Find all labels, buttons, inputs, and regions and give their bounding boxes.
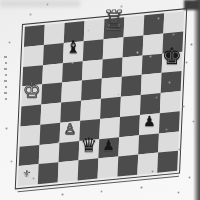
square-b1[interactable] <box>38 162 59 184</box>
chess-board: ♖♝♚♔♙♟♛♟ ⚜ <box>15 8 187 189</box>
square-d6[interactable] <box>82 59 103 81</box>
square-c3[interactable]: ♙ <box>59 121 80 143</box>
square-f7[interactable] <box>123 35 144 57</box>
photo-frame: ♖♝♚♔♙♟♛♟ ⚜ <box>0 0 200 200</box>
square-g2[interactable] <box>138 133 159 155</box>
chess-board-grid: ♖♝♚♔♙♟♛♟ <box>18 11 184 186</box>
square-h8[interactable] <box>163 11 184 33</box>
square-d1[interactable] <box>78 159 99 181</box>
square-h1[interactable] <box>157 151 178 173</box>
square-e6[interactable] <box>102 57 123 79</box>
square-f4[interactable] <box>120 95 141 117</box>
square-b8[interactable] <box>44 23 65 45</box>
square-b2[interactable] <box>39 142 60 164</box>
square-c2[interactable] <box>59 141 80 163</box>
black-pawn[interactable]: ♟ <box>99 134 119 154</box>
black-king[interactable]: ♚ <box>162 46 182 66</box>
square-h4[interactable] <box>160 91 181 113</box>
square-b3[interactable] <box>40 123 61 145</box>
square-g5[interactable] <box>141 73 162 95</box>
square-h6[interactable]: ♚ <box>162 51 183 73</box>
square-f8[interactable] <box>124 15 145 37</box>
square-a4[interactable] <box>21 105 42 127</box>
square-d4[interactable] <box>80 99 101 121</box>
white-rook[interactable]: ♖ <box>104 10 124 30</box>
square-e5[interactable] <box>101 77 122 99</box>
square-c5[interactable] <box>61 81 82 103</box>
square-b4[interactable] <box>40 103 61 125</box>
square-d7[interactable] <box>83 39 104 61</box>
square-c7[interactable]: ♝ <box>63 41 84 63</box>
margin-annotation <box>4 56 8 104</box>
square-a3[interactable] <box>20 124 41 146</box>
square-c6[interactable] <box>62 61 83 83</box>
square-d5[interactable] <box>81 79 102 101</box>
square-g6[interactable] <box>142 53 163 75</box>
square-h2[interactable] <box>158 131 179 153</box>
square-b6[interactable] <box>42 63 63 85</box>
square-a2[interactable] <box>19 144 40 166</box>
square-a8[interactable] <box>24 25 45 47</box>
corner-emblem: ⚜ <box>22 168 32 180</box>
square-g1[interactable] <box>137 153 158 175</box>
photo-smudge <box>0 0 80 7</box>
square-e8[interactable]: ♖ <box>104 17 125 39</box>
page-corner-shadow <box>184 0 200 10</box>
square-d8[interactable] <box>84 19 105 41</box>
black-queen[interactable]: ♛ <box>79 135 99 155</box>
square-c1[interactable] <box>58 160 79 182</box>
square-g8[interactable] <box>143 13 164 35</box>
square-e4[interactable] <box>100 97 121 119</box>
square-f2[interactable] <box>118 135 139 157</box>
page-edge <box>193 0 200 200</box>
white-pawn[interactable]: ♙ <box>60 118 80 138</box>
square-g7[interactable] <box>143 33 164 55</box>
square-g3[interactable]: ♟ <box>139 113 160 135</box>
square-a7[interactable] <box>23 45 44 67</box>
square-f3[interactable] <box>119 115 140 137</box>
square-f6[interactable] <box>122 55 143 77</box>
square-f5[interactable] <box>121 75 142 97</box>
square-e1[interactable] <box>98 157 119 179</box>
square-h5[interactable] <box>161 71 182 93</box>
square-e7[interactable] <box>103 37 124 59</box>
square-h3[interactable] <box>159 111 180 133</box>
square-e2[interactable]: ♟ <box>98 137 119 159</box>
black-bishop[interactable]: ♝ <box>63 37 83 57</box>
white-king[interactable]: ♔ <box>22 80 42 100</box>
square-d2[interactable]: ♛ <box>78 139 99 161</box>
square-a5[interactable]: ♔ <box>21 85 42 107</box>
square-f1[interactable] <box>117 155 138 177</box>
square-b5[interactable] <box>41 83 62 105</box>
black-pawn[interactable]: ♟ <box>140 111 160 131</box>
square-b7[interactable] <box>43 43 64 65</box>
